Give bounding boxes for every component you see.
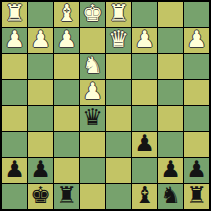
square-b2[interactable] <box>158 28 183 53</box>
white-king[interactable]: ♚ <box>82 2 103 25</box>
white-pawn[interactable]: ♟ <box>30 28 51 51</box>
white-pawn[interactable]: ♟ <box>134 28 155 51</box>
square-f8[interactable]: ♜ <box>54 184 79 209</box>
chess-board: ♜♝♚♜♟♟♟♛♟♟♞♟♛♟♟♟♟♟♚♜♝♞♜ <box>0 0 211 211</box>
square-g5[interactable] <box>28 106 53 131</box>
square-a4[interactable] <box>184 80 209 105</box>
white-pawn[interactable]: ♟ <box>186 28 207 51</box>
square-a7[interactable]: ♟ <box>184 158 209 183</box>
square-d2[interactable]: ♛ <box>106 28 131 53</box>
square-a6[interactable] <box>184 132 209 157</box>
white-bishop[interactable]: ♝ <box>56 2 77 25</box>
square-d4[interactable] <box>106 80 131 105</box>
black-knight[interactable]: ♞ <box>160 184 181 207</box>
square-g4[interactable] <box>28 80 53 105</box>
square-c7[interactable] <box>132 158 157 183</box>
square-a2[interactable]: ♟ <box>184 28 209 53</box>
square-f5[interactable] <box>54 106 79 131</box>
square-h8[interactable] <box>2 184 27 209</box>
square-d5[interactable] <box>106 106 131 131</box>
square-e3[interactable]: ♞ <box>80 54 105 79</box>
square-d6[interactable] <box>106 132 131 157</box>
square-c3[interactable] <box>132 54 157 79</box>
square-f7[interactable] <box>54 158 79 183</box>
square-e4[interactable]: ♟ <box>80 80 105 105</box>
black-rook[interactable]: ♜ <box>186 184 207 207</box>
square-e6[interactable] <box>80 132 105 157</box>
square-h5[interactable] <box>2 106 27 131</box>
square-h7[interactable]: ♟ <box>2 158 27 183</box>
square-f2[interactable]: ♟ <box>54 28 79 53</box>
square-c6[interactable]: ♟ <box>132 132 157 157</box>
square-h1[interactable]: ♜ <box>2 2 27 27</box>
square-h3[interactable] <box>2 54 27 79</box>
square-c1[interactable] <box>132 2 157 27</box>
square-g1[interactable] <box>28 2 53 27</box>
black-queen[interactable]: ♛ <box>82 106 103 129</box>
square-b1[interactable] <box>158 2 183 27</box>
square-a8[interactable]: ♜ <box>184 184 209 209</box>
square-g2[interactable]: ♟ <box>28 28 53 53</box>
square-b8[interactable]: ♞ <box>158 184 183 209</box>
square-d7[interactable] <box>106 158 131 183</box>
black-bishop[interactable]: ♝ <box>134 184 155 207</box>
square-g8[interactable]: ♚ <box>28 184 53 209</box>
square-e1[interactable]: ♚ <box>80 2 105 27</box>
square-c2[interactable]: ♟ <box>132 28 157 53</box>
square-d1[interactable]: ♜ <box>106 2 131 27</box>
square-c4[interactable] <box>132 80 157 105</box>
black-pawn[interactable]: ♟ <box>30 158 51 181</box>
square-a5[interactable] <box>184 106 209 131</box>
square-h6[interactable] <box>2 132 27 157</box>
square-e8[interactable] <box>80 184 105 209</box>
square-f1[interactable]: ♝ <box>54 2 79 27</box>
square-h4[interactable] <box>2 80 27 105</box>
square-c5[interactable] <box>132 106 157 131</box>
square-a3[interactable] <box>184 54 209 79</box>
white-pawn[interactable]: ♟ <box>56 28 77 51</box>
square-b3[interactable] <box>158 54 183 79</box>
square-e2[interactable] <box>80 28 105 53</box>
square-b5[interactable] <box>158 106 183 131</box>
black-king[interactable]: ♚ <box>30 184 51 207</box>
white-knight[interactable]: ♞ <box>82 54 103 77</box>
square-a1[interactable] <box>184 2 209 27</box>
black-pawn[interactable]: ♟ <box>4 158 25 181</box>
square-b6[interactable] <box>158 132 183 157</box>
white-rook[interactable]: ♜ <box>108 2 129 25</box>
square-f4[interactable] <box>54 80 79 105</box>
square-f6[interactable] <box>54 132 79 157</box>
black-rook[interactable]: ♜ <box>56 184 77 207</box>
white-pawn[interactable]: ♟ <box>4 28 25 51</box>
white-pawn[interactable]: ♟ <box>82 80 103 103</box>
square-g6[interactable] <box>28 132 53 157</box>
black-pawn[interactable]: ♟ <box>160 158 181 181</box>
black-pawn[interactable]: ♟ <box>134 132 155 155</box>
square-d8[interactable] <box>106 184 131 209</box>
square-g3[interactable] <box>28 54 53 79</box>
square-b4[interactable] <box>158 80 183 105</box>
square-f3[interactable] <box>54 54 79 79</box>
square-d3[interactable] <box>106 54 131 79</box>
black-pawn[interactable]: ♟ <box>186 158 207 181</box>
white-rook[interactable]: ♜ <box>4 2 25 25</box>
square-b7[interactable]: ♟ <box>158 158 183 183</box>
square-e5[interactable]: ♛ <box>80 106 105 131</box>
square-e7[interactable] <box>80 158 105 183</box>
square-c8[interactable]: ♝ <box>132 184 157 209</box>
white-queen[interactable]: ♛ <box>108 28 129 51</box>
square-h2[interactable]: ♟ <box>2 28 27 53</box>
square-g7[interactable]: ♟ <box>28 158 53 183</box>
